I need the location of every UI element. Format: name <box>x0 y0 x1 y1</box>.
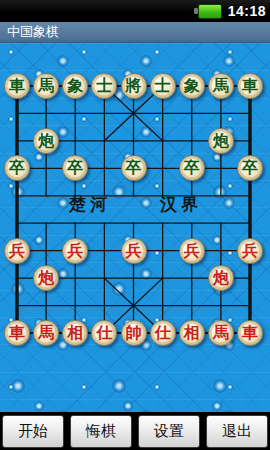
start-button[interactable]: 开始 <box>2 415 64 448</box>
piece-black-horse[interactable]: 馬 <box>33 73 59 99</box>
piece-black-soldier[interactable]: 卒 <box>4 155 30 181</box>
piece-red-soldier[interactable]: 兵 <box>4 238 30 264</box>
piece-red-elephant[interactable]: 相 <box>179 320 205 346</box>
xiangqi-board[interactable]: 車馬象士將士象馬車炮炮卒卒卒卒卒兵兵兵兵兵炮炮車馬相仕帥仕相馬車 <box>2 72 264 346</box>
piece-red-soldier[interactable]: 兵 <box>121 238 147 264</box>
piece-black-advisor[interactable]: 士 <box>91 73 117 99</box>
settings-button[interactable]: 设置 <box>138 415 200 448</box>
piece-black-elephant[interactable]: 象 <box>179 73 205 99</box>
toolbar: 开始 悔棋 设置 退出 <box>0 412 270 450</box>
status-time: 14:18 <box>228 3 266 19</box>
piece-red-advisor[interactable]: 仕 <box>150 320 176 346</box>
piece-red-soldier[interactable]: 兵 <box>62 238 88 264</box>
piece-red-soldier[interactable]: 兵 <box>237 238 263 264</box>
piece-red-horse[interactable]: 馬 <box>208 320 234 346</box>
piece-red-horse[interactable]: 馬 <box>33 320 59 346</box>
piece-black-soldier[interactable]: 卒 <box>62 155 88 181</box>
piece-red-soldier[interactable]: 兵 <box>179 238 205 264</box>
battery-level <box>198 4 222 19</box>
piece-black-chariot[interactable]: 車 <box>237 73 263 99</box>
piece-black-cannon[interactable]: 炮 <box>33 128 59 154</box>
piece-red-elephant[interactable]: 相 <box>62 320 88 346</box>
app-title: 中国象棋 <box>7 23 59 41</box>
piece-red-cannon[interactable]: 炮 <box>33 265 59 291</box>
piece-black-horse[interactable]: 馬 <box>208 73 234 99</box>
app-screen: 14:18 中国象棋 楚河 汉界 車馬象士將士象馬車炮炮卒卒卒卒卒兵兵兵兵兵炮炮… <box>0 0 270 450</box>
piece-red-cannon[interactable]: 炮 <box>208 265 234 291</box>
undo-button[interactable]: 悔棋 <box>70 415 132 448</box>
title-bar: 中国象棋 <box>0 22 270 43</box>
piece-red-general[interactable]: 帥 <box>121 320 147 346</box>
piece-black-soldier[interactable]: 卒 <box>179 155 205 181</box>
status-bar: 14:18 <box>0 0 270 22</box>
piece-black-cannon[interactable]: 炮 <box>208 128 234 154</box>
piece-black-soldier[interactable]: 卒 <box>121 155 147 181</box>
piece-black-chariot[interactable]: 車 <box>4 73 30 99</box>
piece-red-chariot[interactable]: 車 <box>4 320 30 346</box>
exit-button[interactable]: 退出 <box>206 415 268 448</box>
board-area: 楚河 汉界 車馬象士將士象馬車炮炮卒卒卒卒卒兵兵兵兵兵炮炮車馬相仕帥仕相馬車 <box>0 43 270 412</box>
piece-black-elephant[interactable]: 象 <box>62 73 88 99</box>
piece-black-general[interactable]: 將 <box>121 73 147 99</box>
piece-black-soldier[interactable]: 卒 <box>237 155 263 181</box>
piece-red-chariot[interactable]: 車 <box>237 320 263 346</box>
piece-black-advisor[interactable]: 士 <box>150 73 176 99</box>
piece-red-advisor[interactable]: 仕 <box>91 320 117 346</box>
battery-icon <box>194 4 221 18</box>
